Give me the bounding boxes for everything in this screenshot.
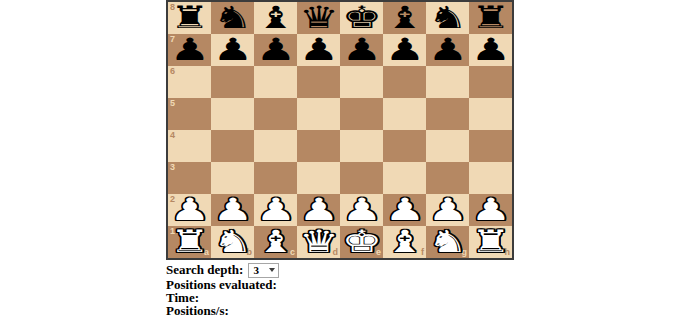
piece-wR-h1[interactable]: ♜ [470,226,510,257]
piece-wB-c1[interactable]: ♝ [255,226,295,257]
square-h8[interactable]: ♜ [469,2,512,34]
piece-wP-g2[interactable]: ♟ [427,194,467,225]
square-g6[interactable] [426,66,469,98]
square-a5[interactable]: 5 [168,98,211,130]
piece-wP-f2[interactable]: ♟ [384,194,424,225]
square-h4[interactable] [469,130,512,162]
square-h2[interactable]: ♟ [469,194,512,226]
square-a6[interactable]: 6 [168,66,211,98]
square-c7[interactable]: ♟ [254,34,297,66]
piece-bP-b7[interactable]: ♟ [212,34,252,65]
positions-per-second-label: Positions/s: [166,303,229,315]
square-d3[interactable] [297,162,340,194]
square-b2[interactable]: ♟ [211,194,254,226]
piece-bP-d7[interactable]: ♟ [298,34,338,65]
piece-bB-f8[interactable]: ♝ [384,2,424,33]
square-a7[interactable]: 7♟ [168,34,211,66]
square-h7[interactable]: ♟ [469,34,512,66]
square-a1[interactable]: 1a♜ [168,226,211,258]
search-depth-label: Search depth: [166,262,243,278]
square-e4[interactable] [340,130,383,162]
square-d8[interactable]: ♛ [297,2,340,34]
search-depth-selected-value: 3 [253,264,259,276]
square-f3[interactable] [383,162,426,194]
square-f6[interactable] [383,66,426,98]
piece-wQ-d1[interactable]: ♛ [298,226,338,257]
square-f1[interactable]: f♝ [383,226,426,258]
rank-label-5: 5 [170,99,175,108]
square-d4[interactable] [297,130,340,162]
square-f4[interactable] [383,130,426,162]
piece-wP-b2[interactable]: ♟ [212,194,252,225]
square-f7[interactable]: ♟ [383,34,426,66]
piece-bB-c8[interactable]: ♝ [255,2,295,33]
square-d1[interactable]: d♛ [297,226,340,258]
square-h5[interactable] [469,98,512,130]
piece-wK-e1[interactable]: ♚ [341,226,381,257]
square-g2[interactable]: ♟ [426,194,469,226]
piece-bP-g7[interactable]: ♟ [427,34,467,65]
square-d7[interactable]: ♟ [297,34,340,66]
chess-app: 8♜♞♝♛♚♝♞♜7♟♟♟♟♟♟♟♟65432♟♟♟♟♟♟♟♟1a♜b♞c♝d♛… [166,0,514,315]
square-a2[interactable]: 2♟ [168,194,211,226]
square-e1[interactable]: e♚ [340,226,383,258]
piece-bN-b8[interactable]: ♞ [212,2,252,33]
piece-bN-g8[interactable]: ♞ [427,2,467,33]
positions-per-second-line: Positions/s: [166,305,514,315]
square-g4[interactable] [426,130,469,162]
piece-wB-f1[interactable]: ♝ [384,226,424,257]
square-c4[interactable] [254,130,297,162]
square-e5[interactable] [340,98,383,130]
piece-bQ-d8[interactable]: ♛ [298,2,338,33]
search-depth-row: Search depth: 3 [166,262,514,278]
chevron-down-icon [269,268,275,272]
square-c8[interactable]: ♝ [254,2,297,34]
square-a3[interactable]: 3 [168,162,211,194]
square-c5[interactable] [254,98,297,130]
square-d5[interactable] [297,98,340,130]
square-b4[interactable] [211,130,254,162]
square-e6[interactable] [340,66,383,98]
chess-board: 8♜♞♝♛♚♝♞♜7♟♟♟♟♟♟♟♟65432♟♟♟♟♟♟♟♟1a♜b♞c♝d♛… [166,0,514,260]
square-e2[interactable]: ♟ [340,194,383,226]
piece-bR-h8[interactable]: ♜ [470,2,510,33]
square-b7[interactable]: ♟ [211,34,254,66]
piece-bP-c7[interactable]: ♟ [255,34,295,65]
positions-evaluated-line: Positions evaluated: [166,279,514,291]
square-c6[interactable] [254,66,297,98]
square-b5[interactable] [211,98,254,130]
square-g1[interactable]: g♞ [426,226,469,258]
square-c1[interactable]: c♝ [254,226,297,258]
piece-bK-e8[interactable]: ♚ [341,2,381,33]
square-a4[interactable]: 4 [168,130,211,162]
square-e8[interactable]: ♚ [340,2,383,34]
square-e3[interactable] [340,162,383,194]
square-c3[interactable] [254,162,297,194]
rank-label-6: 6 [170,67,175,76]
piece-wN-b1[interactable]: ♞ [212,226,252,257]
piece-wP-e2[interactable]: ♟ [341,194,381,225]
piece-bP-e7[interactable]: ♟ [341,34,381,65]
piece-wP-h2[interactable]: ♟ [470,194,510,225]
square-g7[interactable]: ♟ [426,34,469,66]
square-a8[interactable]: 8♜ [168,2,211,34]
piece-wP-d2[interactable]: ♟ [298,194,338,225]
piece-wP-a2[interactable]: ♟ [169,194,209,225]
square-e7[interactable]: ♟ [340,34,383,66]
square-f8[interactable]: ♝ [383,2,426,34]
piece-bR-a8[interactable]: ♜ [169,2,209,33]
piece-wN-g1[interactable]: ♞ [427,226,467,257]
square-d6[interactable] [297,66,340,98]
square-d2[interactable]: ♟ [297,194,340,226]
square-f2[interactable]: ♟ [383,194,426,226]
square-b1[interactable]: b♞ [211,226,254,258]
rank-label-3: 3 [170,163,175,172]
square-h3[interactable] [469,162,512,194]
piece-bP-f7[interactable]: ♟ [384,34,424,65]
piece-wR-a1[interactable]: ♜ [169,226,209,257]
piece-wP-c2[interactable]: ♟ [255,194,295,225]
square-b3[interactable] [211,162,254,194]
square-b8[interactable]: ♞ [211,2,254,34]
square-f5[interactable] [383,98,426,130]
square-c2[interactable]: ♟ [254,194,297,226]
piece-bP-a7[interactable]: ♟ [169,34,209,65]
search-depth-select[interactable]: 3 [248,263,279,278]
square-g3[interactable] [426,162,469,194]
square-b6[interactable] [211,66,254,98]
rank-label-4: 4 [170,131,175,140]
square-h6[interactable] [469,66,512,98]
square-h1[interactable]: h♜ [469,226,512,258]
piece-bP-h7[interactable]: ♟ [470,34,510,65]
square-g8[interactable]: ♞ [426,2,469,34]
square-g5[interactable] [426,98,469,130]
engine-controls: Search depth: 3 Positions evaluated: Tim… [166,262,514,315]
